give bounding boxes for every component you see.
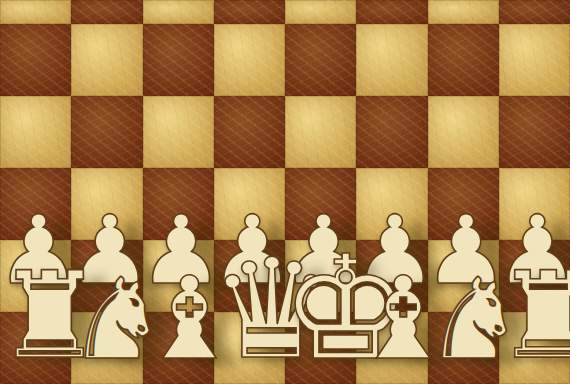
piece-white-queen-d1[interactable]: ♛ [210, 241, 281, 379]
piece-white-bishop-c1[interactable]: ♝ [139, 262, 210, 376]
square-g6[interactable] [428, 0, 499, 24]
square-d4[interactable] [214, 96, 285, 168]
piece-white-knight-b1[interactable]: ♞ [67, 263, 138, 375]
square-c4[interactable] [143, 96, 214, 168]
square-h5[interactable] [499, 24, 570, 96]
square-b4[interactable] [71, 96, 142, 168]
square-f6[interactable] [356, 0, 427, 24]
piece-white-king-e1[interactable]: ♚ [281, 236, 352, 380]
square-a5[interactable] [0, 24, 71, 96]
square-c5[interactable] [143, 24, 214, 96]
square-d6[interactable] [214, 0, 285, 24]
square-d5[interactable] [214, 24, 285, 96]
square-b6[interactable] [71, 0, 142, 24]
square-g5[interactable] [428, 24, 499, 96]
square-e4[interactable] [285, 96, 356, 168]
square-h4[interactable] [499, 96, 570, 168]
piece-white-knight-g1[interactable]: ♞ [424, 263, 495, 375]
square-e6[interactable] [285, 0, 356, 24]
square-a4[interactable] [0, 96, 71, 168]
square-h6[interactable] [499, 0, 570, 24]
square-c6[interactable] [143, 0, 214, 24]
square-a6[interactable] [0, 0, 71, 24]
piece-white-bishop-f1[interactable]: ♝ [352, 262, 423, 376]
square-e5[interactable] [285, 24, 356, 96]
square-f4[interactable] [356, 96, 427, 168]
chessboard: ♜♞♝♛♚♝♞♜♟♟♟♟♟♟♟♟ [0, 0, 570, 384]
square-f5[interactable] [356, 24, 427, 96]
square-g4[interactable] [428, 96, 499, 168]
piece-white-rook-a1[interactable]: ♜ [0, 256, 67, 376]
piece-white-rook-h1[interactable]: ♜ [495, 256, 566, 376]
square-b5[interactable] [71, 24, 142, 96]
rook-glyph: ♜ [495, 256, 570, 376]
